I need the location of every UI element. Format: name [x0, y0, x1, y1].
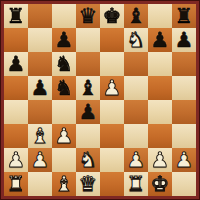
- square-h2[interactable]: ♟: [172, 148, 196, 172]
- square-f4[interactable]: [124, 100, 148, 124]
- chess-board: ♜♛♚♝♜♟♞♟♟♟♞♟♞♝♟♟♝♟♟♟♞♟♟♟♜♝♛♜♚: [0, 0, 200, 200]
- square-a5[interactable]: [4, 76, 28, 100]
- square-c2[interactable]: [52, 148, 76, 172]
- square-f1[interactable]: ♜: [124, 172, 148, 196]
- square-e7[interactable]: [100, 28, 124, 52]
- square-e3[interactable]: [100, 124, 124, 148]
- square-b4[interactable]: [28, 100, 52, 124]
- white-pawn[interactable]: ♟: [127, 148, 146, 172]
- square-h5[interactable]: [172, 76, 196, 100]
- black-pawn[interactable]: ♟: [79, 100, 98, 124]
- square-c3[interactable]: ♟: [52, 124, 76, 148]
- square-f6[interactable]: [124, 52, 148, 76]
- square-d2[interactable]: ♞: [76, 148, 100, 172]
- square-d1[interactable]: ♛: [76, 172, 100, 196]
- black-queen[interactable]: ♛: [79, 4, 98, 28]
- square-c6[interactable]: ♞: [52, 52, 76, 76]
- square-e8[interactable]: ♚: [100, 4, 124, 28]
- square-e4[interactable]: [100, 100, 124, 124]
- square-c7[interactable]: ♟: [52, 28, 76, 52]
- square-h4[interactable]: [172, 100, 196, 124]
- square-g7[interactable]: ♟: [148, 28, 172, 52]
- square-d6[interactable]: [76, 52, 100, 76]
- square-c5[interactable]: ♞: [52, 76, 76, 100]
- square-c1[interactable]: ♝: [52, 172, 76, 196]
- square-h8[interactable]: ♜: [172, 4, 196, 28]
- square-b1[interactable]: [28, 172, 52, 196]
- black-pawn[interactable]: ♟: [151, 28, 170, 52]
- white-pawn[interactable]: ♟: [55, 124, 74, 148]
- white-bishop[interactable]: ♝: [31, 124, 50, 148]
- white-knight[interactable]: ♞: [79, 148, 98, 172]
- square-b7[interactable]: [28, 28, 52, 52]
- square-a8[interactable]: ♜: [4, 4, 28, 28]
- square-d3[interactable]: [76, 124, 100, 148]
- square-g2[interactable]: ♟: [148, 148, 172, 172]
- square-e2[interactable]: [100, 148, 124, 172]
- white-rook[interactable]: ♜: [127, 172, 146, 196]
- white-rook[interactable]: ♜: [7, 172, 26, 196]
- white-queen[interactable]: ♛: [79, 172, 98, 196]
- square-e1[interactable]: [100, 172, 124, 196]
- square-a6[interactable]: ♟: [4, 52, 28, 76]
- black-pawn[interactable]: ♟: [31, 76, 50, 100]
- black-pawn[interactable]: ♟: [175, 28, 194, 52]
- square-h3[interactable]: [172, 124, 196, 148]
- white-pawn[interactable]: ♟: [31, 148, 50, 172]
- square-f8[interactable]: ♝: [124, 4, 148, 28]
- square-d4[interactable]: ♟: [76, 100, 100, 124]
- white-pawn[interactable]: ♟: [7, 148, 26, 172]
- square-g8[interactable]: [148, 4, 172, 28]
- black-rook[interactable]: ♜: [175, 4, 194, 28]
- square-d5[interactable]: ♝: [76, 76, 100, 100]
- square-f2[interactable]: ♟: [124, 148, 148, 172]
- square-d7[interactable]: [76, 28, 100, 52]
- square-g6[interactable]: [148, 52, 172, 76]
- square-g4[interactable]: [148, 100, 172, 124]
- white-pawn[interactable]: ♟: [151, 148, 170, 172]
- square-c8[interactable]: [52, 4, 76, 28]
- square-a1[interactable]: ♜: [4, 172, 28, 196]
- black-knight[interactable]: ♞: [55, 76, 74, 100]
- square-a7[interactable]: [4, 28, 28, 52]
- white-bishop[interactable]: ♝: [55, 172, 74, 196]
- square-e5[interactable]: ♟: [100, 76, 124, 100]
- square-h7[interactable]: ♟: [172, 28, 196, 52]
- black-bishop[interactable]: ♝: [127, 4, 146, 28]
- square-e6[interactable]: [100, 52, 124, 76]
- square-a2[interactable]: ♟: [4, 148, 28, 172]
- square-g1[interactable]: ♚: [148, 172, 172, 196]
- square-f7[interactable]: ♞: [124, 28, 148, 52]
- square-a4[interactable]: [4, 100, 28, 124]
- square-b3[interactable]: ♝: [28, 124, 52, 148]
- square-c4[interactable]: [52, 100, 76, 124]
- white-knight[interactable]: ♞: [127, 28, 146, 52]
- square-b2[interactable]: ♟: [28, 148, 52, 172]
- black-knight[interactable]: ♞: [55, 52, 74, 76]
- square-a3[interactable]: [4, 124, 28, 148]
- black-king[interactable]: ♚: [103, 4, 122, 28]
- white-pawn[interactable]: ♟: [175, 148, 194, 172]
- square-g5[interactable]: [148, 76, 172, 100]
- square-f5[interactable]: [124, 76, 148, 100]
- square-d8[interactable]: ♛: [76, 4, 100, 28]
- white-pawn[interactable]: ♟: [103, 76, 122, 100]
- black-bishop[interactable]: ♝: [79, 76, 98, 100]
- square-b8[interactable]: [28, 4, 52, 28]
- square-b6[interactable]: [28, 52, 52, 76]
- square-h6[interactable]: [172, 52, 196, 76]
- black-rook[interactable]: ♜: [7, 4, 26, 28]
- square-b5[interactable]: ♟: [28, 76, 52, 100]
- white-king[interactable]: ♚: [151, 172, 170, 196]
- black-pawn[interactable]: ♟: [7, 52, 26, 76]
- black-pawn[interactable]: ♟: [55, 28, 74, 52]
- square-h1[interactable]: [172, 172, 196, 196]
- square-f3[interactable]: [124, 124, 148, 148]
- square-g3[interactable]: [148, 124, 172, 148]
